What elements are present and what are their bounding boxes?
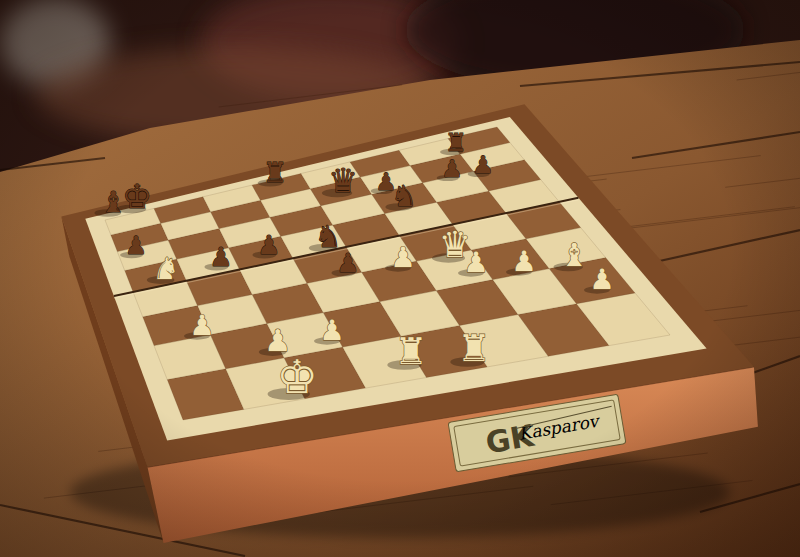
scene-canvas: ♝♚♟♟♟♜♛♟♞♞♟♜♟♟♞♟♟♚♟♟♛♟♟♜♜♝♟ GK Kasparov bbox=[0, 0, 800, 557]
vignette bbox=[0, 0, 800, 557]
chess-set-photo: ♝♚♟♟♟♜♛♟♞♞♟♜♟♟♞♟♟♚♟♟♛♟♟♜♜♝♟ GK Kasparov bbox=[0, 0, 800, 557]
